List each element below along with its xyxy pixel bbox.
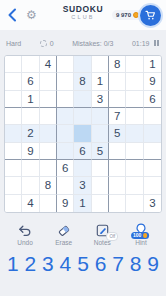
cell-r5c4[interactable] [57,125,74,142]
hint-cost-value: 100 [133,233,141,238]
cell-r2c6[interactable]: 1 [92,73,109,90]
cell-r8c8[interactable] [126,177,143,194]
undo-button[interactable]: Undo [13,223,37,246]
cell-r3c9[interactable]: 6 [144,91,161,108]
cell-r8c3[interactable]: 8 [40,177,57,194]
notes-button[interactable]: Notes Off [90,223,114,246]
cell-r4c4[interactable] [57,108,74,125]
cell-r9c5[interactable]: 1 [74,195,91,212]
mistakes-label: Mistakes: 0/3 [72,40,113,47]
cell-r3c5[interactable] [74,91,91,108]
sudoku-app: ⚙ SUDOKU CLUB 9 970 Hard 0 [0,0,166,296]
cell-r7c5[interactable] [74,160,91,177]
pause-icon [157,40,159,46]
cell-r1c2[interactable] [22,56,39,73]
cell-r3c2[interactable]: 1 [22,91,39,108]
numpad-1[interactable]: 1 [7,251,19,276]
cell-r1c1[interactable] [5,56,22,73]
cell-r6c3[interactable] [40,143,57,160]
cell-r6c1[interactable] [5,143,22,160]
numpad-9[interactable]: 9 [147,251,159,276]
gear-icon: ⚙ [26,8,37,22]
cell-r8c6[interactable] [92,177,109,194]
cell-r1c7[interactable]: 8 [109,56,126,73]
coin-amount: 9 970 [116,12,131,18]
status-bar: Hard 0 Mistakes: 0/3 01:19 [0,33,166,53]
page-subtitle: CLUB [63,14,103,21]
difficulty-label: Hard [6,40,21,47]
cell-r9c6[interactable] [92,195,109,212]
cell-r4c6[interactable] [92,108,109,125]
undo-label: Undo [17,239,33,246]
cell-r1c6[interactable] [92,56,109,73]
cell-r4c7[interactable]: 7 [109,108,126,125]
cell-r8c9[interactable] [144,177,161,194]
cell-r7c9[interactable] [144,160,161,177]
toolbar: Undo Erase Notes Off [0,223,166,246]
cell-r8c1[interactable] [5,177,22,194]
cell-r6c7[interactable] [109,143,126,160]
page-title: SUDOKU [63,5,103,14]
cell-r5c9[interactable] [144,125,161,142]
cell-r5c6[interactable] [92,125,109,142]
cell-r6c4[interactable] [57,143,74,160]
cell-r9c3[interactable] [40,195,57,212]
cell-r2c3[interactable] [40,73,57,90]
top-bar: ⚙ SUDOKU CLUB 9 970 [0,0,166,30]
cell-r8c2[interactable] [22,177,39,194]
score-group: 0 [40,40,54,47]
cell-r2c7[interactable] [109,73,126,90]
cell-r9c8[interactable] [126,195,143,212]
score-value: 0 [50,40,54,47]
cell-r4c1[interactable] [5,108,22,125]
numpad-2[interactable]: 2 [25,251,37,276]
cell-r3c8[interactable] [126,91,143,108]
eraser-icon [57,223,71,237]
numpad-7[interactable]: 7 [112,251,124,276]
sudoku-board: 48168191367259656834913 [4,55,162,213]
cell-r2c5[interactable]: 8 [74,73,91,90]
cell-r3c7[interactable] [109,91,126,108]
numpad-3[interactable]: 3 [42,251,54,276]
cell-r5c7[interactable]: 5 [109,125,126,142]
cell-r1c3[interactable]: 4 [40,56,57,73]
coin-icon [143,233,148,238]
cell-r2c1[interactable] [5,73,22,90]
cell-r9c7[interactable] [109,195,126,212]
cell-r4c3[interactable] [40,108,57,125]
cell-r3c1[interactable] [5,91,22,108]
cell-r2c2[interactable]: 6 [22,73,39,90]
cell-r7c8[interactable] [126,160,143,177]
shop-button[interactable] [140,5,161,26]
chevron-left-icon [7,8,17,22]
cell-r9c1[interactable] [5,195,22,212]
cell-r5c5[interactable] [74,125,91,142]
cell-r1c5[interactable] [74,56,91,73]
cell-r5c2[interactable]: 2 [22,125,39,142]
cell-r6c2[interactable]: 9 [22,143,39,160]
cell-r3c6[interactable]: 3 [92,91,109,108]
cell-r8c4[interactable] [57,177,74,194]
timer-value: 01:19 [132,40,150,47]
cell-r7c4[interactable]: 6 [57,160,74,177]
cell-r4c5[interactable] [74,108,91,125]
cell-r6c8[interactable] [126,143,143,160]
cell-r1c9[interactable]: 1 [144,56,161,73]
cell-r5c3[interactable] [40,125,57,142]
erase-label: Erase [55,239,72,246]
cell-r7c1[interactable] [5,160,22,177]
number-pad: 123456789 [0,251,166,276]
hint-button[interactable]: Hint 100 [129,223,153,246]
erase-button[interactable]: Erase [52,223,76,246]
cell-r8c5[interactable]: 3 [74,177,91,194]
cell-r6c9[interactable] [144,143,161,160]
cell-r7c2[interactable] [22,160,39,177]
cell-r3c3[interactable] [40,91,57,108]
numpad-8[interactable]: 8 [130,251,142,276]
cell-r2c8[interactable] [126,73,143,90]
cell-r7c7[interactable] [109,160,126,177]
back-button[interactable] [5,7,19,23]
cell-r8c7[interactable] [109,177,126,194]
cart-icon [145,10,156,21]
cell-r9c9[interactable]: 3 [144,195,161,212]
numpad-4[interactable]: 4 [60,251,72,276]
undo-icon [18,223,32,237]
numpad-6[interactable]: 6 [95,251,107,276]
cell-r4c2[interactable] [22,108,39,125]
app-title: SUDOKU CLUB [63,5,103,21]
cell-r6c5[interactable]: 6 [74,143,91,160]
hint-cost-badge: 100 [131,232,149,239]
cell-r9c2[interactable]: 4 [22,195,39,212]
cell-r3c4[interactable] [57,91,74,108]
cell-r2c4[interactable] [57,73,74,90]
cell-r5c1[interactable] [5,125,22,142]
cell-r5c8[interactable] [126,125,143,142]
cell-r9c4[interactable]: 9 [57,195,74,212]
notes-off-badge: Off [106,232,118,241]
numpad-5[interactable]: 5 [77,251,89,276]
cell-r1c4[interactable] [57,56,74,73]
cell-r1c8[interactable] [126,56,143,73]
coin-icon [133,12,139,18]
cell-r4c9[interactable] [144,108,161,125]
pause-button[interactable] [153,39,160,47]
cell-r6c6[interactable]: 5 [92,143,109,160]
cell-r2c9[interactable]: 9 [144,73,161,90]
pause-icon [154,40,156,46]
cell-r7c6[interactable] [92,160,109,177]
settings-button[interactable]: ⚙ [26,9,37,21]
hint-label: Hint [135,239,147,246]
score-icon [40,40,47,47]
cell-r7c3[interactable] [40,160,57,177]
cell-r4c8[interactable] [126,108,143,125]
